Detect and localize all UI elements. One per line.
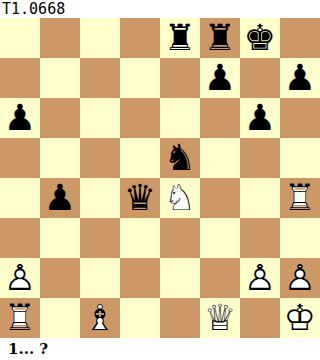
square-b6[interactable] — [40, 98, 80, 138]
square-a5[interactable] — [0, 138, 40, 178]
square-g5[interactable] — [240, 138, 280, 178]
piece-white-rook-a1: ♜♖ — [0, 298, 40, 338]
square-b4[interactable]: ♟ — [40, 178, 80, 218]
square-g7[interactable] — [240, 58, 280, 98]
chess-board: ♜♜♚♟♟♟♟♞♟♛♞♘♜♖♟♙♟♙♟♙♜♖♝♗♛♕♚♔ — [0, 18, 320, 338]
queen-glyph: ♛ — [120, 178, 160, 218]
square-e5[interactable]: ♞ — [160, 138, 200, 178]
square-h2[interactable]: ♟♙ — [280, 258, 320, 298]
square-g4[interactable] — [240, 178, 280, 218]
square-f5[interactable] — [200, 138, 240, 178]
square-b3[interactable] — [40, 218, 80, 258]
square-e3[interactable] — [160, 218, 200, 258]
square-h3[interactable] — [280, 218, 320, 258]
square-a6[interactable]: ♟ — [0, 98, 40, 138]
piece-black-pawn-a6: ♟ — [0, 98, 40, 138]
piece-black-pawn-f7: ♟ — [200, 58, 240, 98]
square-g6[interactable]: ♟ — [240, 98, 280, 138]
pawn-glyph: ♟ — [0, 98, 40, 138]
square-c1[interactable]: ♝♗ — [80, 298, 120, 338]
pawn-glyph: ♟ — [240, 98, 280, 138]
square-h4[interactable]: ♜♖ — [280, 178, 320, 218]
square-a7[interactable] — [0, 58, 40, 98]
square-c6[interactable] — [80, 98, 120, 138]
piece-black-queen-d4: ♛ — [120, 178, 160, 218]
square-c8[interactable] — [80, 18, 120, 58]
square-h7[interactable]: ♟ — [280, 58, 320, 98]
square-c2[interactable] — [80, 258, 120, 298]
piece-white-pawn-g2: ♟♙ — [240, 258, 280, 298]
piece-white-bishop-c1: ♝♗ — [80, 298, 120, 338]
piece-white-king-h1: ♚♔ — [280, 298, 320, 338]
rook-glyph-outline: ♖ — [0, 298, 40, 338]
square-h6[interactable] — [280, 98, 320, 138]
square-g2[interactable]: ♟♙ — [240, 258, 280, 298]
piece-white-pawn-h2: ♟♙ — [280, 258, 320, 298]
pawn-glyph: ♟ — [40, 178, 80, 218]
square-g3[interactable] — [240, 218, 280, 258]
square-b1[interactable] — [40, 298, 80, 338]
square-d8[interactable] — [120, 18, 160, 58]
square-d6[interactable] — [120, 98, 160, 138]
piece-black-rook-e8: ♜ — [160, 18, 200, 58]
king-glyph-outline: ♔ — [280, 298, 320, 338]
square-c5[interactable] — [80, 138, 120, 178]
queen-glyph-outline: ♕ — [200, 298, 240, 338]
piece-white-queen-f1: ♛♕ — [200, 298, 240, 338]
piece-black-knight-e5: ♞ — [160, 138, 200, 178]
puzzle-id-title: T1.0668 — [0, 0, 320, 18]
square-f1[interactable]: ♛♕ — [200, 298, 240, 338]
square-d2[interactable] — [120, 258, 160, 298]
square-d4[interactable]: ♛ — [120, 178, 160, 218]
square-f4[interactable] — [200, 178, 240, 218]
piece-white-pawn-a2: ♟♙ — [0, 258, 40, 298]
square-a2[interactable]: ♟♙ — [0, 258, 40, 298]
piece-black-pawn-g6: ♟ — [240, 98, 280, 138]
piece-black-rook-f8: ♜ — [200, 18, 240, 58]
piece-white-rook-h4: ♜♖ — [280, 178, 320, 218]
square-e6[interactable] — [160, 98, 200, 138]
square-f7[interactable]: ♟ — [200, 58, 240, 98]
piece-black-pawn-b4: ♟ — [40, 178, 80, 218]
square-e8[interactable]: ♜ — [160, 18, 200, 58]
square-f8[interactable]: ♜ — [200, 18, 240, 58]
square-c4[interactable] — [80, 178, 120, 218]
square-f3[interactable] — [200, 218, 240, 258]
square-a3[interactable] — [0, 218, 40, 258]
square-d3[interactable] — [120, 218, 160, 258]
square-b8[interactable] — [40, 18, 80, 58]
pawn-glyph-outline: ♙ — [0, 258, 40, 298]
square-b2[interactable] — [40, 258, 80, 298]
square-g8[interactable]: ♚ — [240, 18, 280, 58]
square-a1[interactable]: ♜♖ — [0, 298, 40, 338]
move-prompt: 1... ? — [0, 338, 320, 357]
square-c7[interactable] — [80, 58, 120, 98]
square-e7[interactable] — [160, 58, 200, 98]
rook-glyph: ♜ — [160, 18, 200, 58]
rook-glyph: ♜ — [200, 18, 240, 58]
square-e2[interactable] — [160, 258, 200, 298]
pawn-glyph-outline: ♙ — [280, 258, 320, 298]
knight-glyph-outline: ♘ — [160, 178, 200, 218]
king-glyph: ♚ — [240, 18, 280, 58]
square-h1[interactable]: ♚♔ — [280, 298, 320, 338]
pawn-glyph: ♟ — [280, 58, 320, 98]
pawn-glyph-outline: ♙ — [240, 258, 280, 298]
piece-black-king-g8: ♚ — [240, 18, 280, 58]
knight-glyph: ♞ — [160, 138, 200, 178]
square-a4[interactable] — [0, 178, 40, 218]
square-d7[interactable] — [120, 58, 160, 98]
square-a8[interactable] — [0, 18, 40, 58]
square-e4[interactable]: ♞♘ — [160, 178, 200, 218]
square-b5[interactable] — [40, 138, 80, 178]
piece-white-knight-e4: ♞♘ — [160, 178, 200, 218]
square-h5[interactable] — [280, 138, 320, 178]
square-c3[interactable] — [80, 218, 120, 258]
square-d5[interactable] — [120, 138, 160, 178]
square-e1[interactable] — [160, 298, 200, 338]
chess-puzzle-screen: T1.0668 ♜♜♚♟♟♟♟♞♟♛♞♘♜♖♟♙♟♙♟♙♜♖♝♗♛♕♚♔ 1..… — [0, 0, 320, 360]
square-b7[interactable] — [40, 58, 80, 98]
bishop-glyph-outline: ♗ — [80, 298, 120, 338]
piece-black-pawn-h7: ♟ — [280, 58, 320, 98]
square-g1[interactable] — [240, 298, 280, 338]
square-d1[interactable] — [120, 298, 160, 338]
rook-glyph-outline: ♖ — [280, 178, 320, 218]
square-h8[interactable] — [280, 18, 320, 58]
square-f6[interactable] — [200, 98, 240, 138]
pawn-glyph: ♟ — [200, 58, 240, 98]
square-f2[interactable] — [200, 258, 240, 298]
